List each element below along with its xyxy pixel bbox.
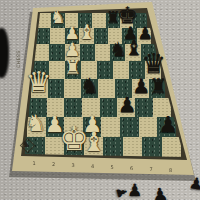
coordinate-labels: 12345678 — [0, 0, 200, 200]
coordinate-label-1: 1 — [32, 160, 35, 166]
coordinate-label-8: 8 — [169, 167, 172, 173]
coordinate-label-4: 4 — [91, 163, 94, 169]
chessboard-photo: CHESS ♞ 12345678 ♞♟♝♟♜♛♞♟♟♚♝♜♚♟♟♝♞♛♞♟♜♟♟… — [0, 0, 200, 200]
coordinate-label-7: 7 — [149, 166, 152, 172]
coordinate-label-6: 6 — [130, 165, 133, 171]
coordinate-label-3: 3 — [71, 162, 74, 168]
coordinate-label-5: 5 — [110, 164, 113, 170]
coordinate-label-2: 2 — [52, 161, 55, 167]
